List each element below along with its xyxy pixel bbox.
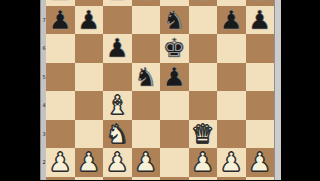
- black-knight-piece[interactable]: ♞: [160, 6, 189, 35]
- white-pawn-piece[interactable]: ♟: [75, 148, 104, 177]
- square-c2[interactable]: ♟: [103, 148, 132, 177]
- white-knight-piece[interactable]: ♞: [103, 120, 132, 149]
- square-g3[interactable]: [217, 120, 246, 149]
- black-pawn-piece[interactable]: ♟: [160, 63, 189, 92]
- square-d1[interactable]: [132, 177, 161, 181]
- square-e5[interactable]: ♟: [160, 63, 189, 92]
- white-pawn-piece[interactable]: ♟: [217, 148, 246, 177]
- square-f7[interactable]: [189, 6, 218, 35]
- square-b7[interactable]: ♟: [75, 6, 104, 35]
- square-b5[interactable]: [75, 63, 104, 92]
- white-pawn-piece[interactable]: ♟: [246, 148, 275, 177]
- square-e6[interactable]: ♚: [160, 34, 189, 63]
- white-bishop-piece[interactable]: ♝: [103, 177, 132, 181]
- black-king-piece[interactable]: ♚: [160, 34, 189, 63]
- square-g7[interactable]: ♟: [217, 6, 246, 35]
- black-pawn-piece[interactable]: ♟: [246, 6, 275, 35]
- square-c5[interactable]: [103, 63, 132, 92]
- square-d5[interactable]: ♞: [132, 63, 161, 92]
- white-pawn-piece[interactable]: ♟: [189, 148, 218, 177]
- square-a1[interactable]: ♜: [46, 177, 75, 181]
- square-d7[interactable]: [132, 6, 161, 35]
- square-b1[interactable]: [75, 177, 104, 181]
- square-h1[interactable]: [246, 177, 275, 181]
- square-a6[interactable]: [46, 34, 75, 63]
- white-rook-piece[interactable]: ♜: [189, 177, 218, 181]
- square-g6[interactable]: [217, 34, 246, 63]
- white-king-piece[interactable]: ♚: [217, 177, 246, 181]
- square-c1[interactable]: ♝: [103, 177, 132, 181]
- white-bishop-piece[interactable]: ♝: [103, 91, 132, 120]
- square-d2[interactable]: ♟: [132, 148, 161, 177]
- square-a7[interactable]: ♟: [46, 6, 75, 35]
- white-pawn-piece[interactable]: ♟: [46, 148, 75, 177]
- square-b4[interactable]: [75, 91, 104, 120]
- chess-diagram-screenshot: 765432 ♜♝♛♝♜♟♟♞♟♟♟♚♞♟♝♞♛♟♟♟♟♟♟♟♜♝♜♚: [0, 0, 320, 180]
- black-knight-piece[interactable]: ♞: [132, 63, 161, 92]
- chess-board[interactable]: ♜♝♛♝♜♟♟♞♟♟♟♚♞♟♝♞♛♟♟♟♟♟♟♟♜♝♜♚: [46, 0, 274, 180]
- square-d3[interactable]: [132, 120, 161, 149]
- square-e3[interactable]: [160, 120, 189, 149]
- square-c7[interactable]: [103, 6, 132, 35]
- white-pawn-piece[interactable]: ♟: [132, 148, 161, 177]
- square-c3[interactable]: ♞: [103, 120, 132, 149]
- square-h2[interactable]: ♟: [246, 148, 275, 177]
- square-c6[interactable]: ♟: [103, 34, 132, 63]
- square-g1[interactable]: ♚: [217, 177, 246, 181]
- white-queen-piece[interactable]: ♛: [189, 120, 218, 149]
- square-f2[interactable]: ♟: [189, 148, 218, 177]
- square-e4[interactable]: [160, 91, 189, 120]
- square-h6[interactable]: [246, 34, 275, 63]
- square-f3[interactable]: ♛: [189, 120, 218, 149]
- square-b6[interactable]: [75, 34, 104, 63]
- square-c4[interactable]: ♝: [103, 91, 132, 120]
- white-pawn-piece[interactable]: ♟: [103, 148, 132, 177]
- square-d6[interactable]: [132, 34, 161, 63]
- square-f5[interactable]: [189, 63, 218, 92]
- square-h3[interactable]: [246, 120, 275, 149]
- black-pawn-piece[interactable]: ♟: [75, 6, 104, 35]
- square-d4[interactable]: [132, 91, 161, 120]
- square-a2[interactable]: ♟: [46, 148, 75, 177]
- square-f6[interactable]: [189, 34, 218, 63]
- black-pawn-piece[interactable]: ♟: [103, 34, 132, 63]
- square-h5[interactable]: [246, 63, 275, 92]
- square-a3[interactable]: [46, 120, 75, 149]
- square-g5[interactable]: [217, 63, 246, 92]
- white-rook-piece[interactable]: ♜: [46, 177, 75, 181]
- square-a4[interactable]: [46, 91, 75, 120]
- square-h7[interactable]: ♟: [246, 6, 275, 35]
- square-e2[interactable]: [160, 148, 189, 177]
- square-b2[interactable]: ♟: [75, 148, 104, 177]
- square-f1[interactable]: ♜: [189, 177, 218, 181]
- board-right-border-strip: [274, 0, 281, 180]
- square-b3[interactable]: [75, 120, 104, 149]
- square-e1[interactable]: [160, 177, 189, 181]
- square-h4[interactable]: [246, 91, 275, 120]
- black-pawn-piece[interactable]: ♟: [217, 6, 246, 35]
- square-g2[interactable]: ♟: [217, 148, 246, 177]
- square-g4[interactable]: [217, 91, 246, 120]
- square-a5[interactable]: [46, 63, 75, 92]
- square-f4[interactable]: [189, 91, 218, 120]
- square-e7[interactable]: ♞: [160, 6, 189, 35]
- black-pawn-piece[interactable]: ♟: [46, 6, 75, 35]
